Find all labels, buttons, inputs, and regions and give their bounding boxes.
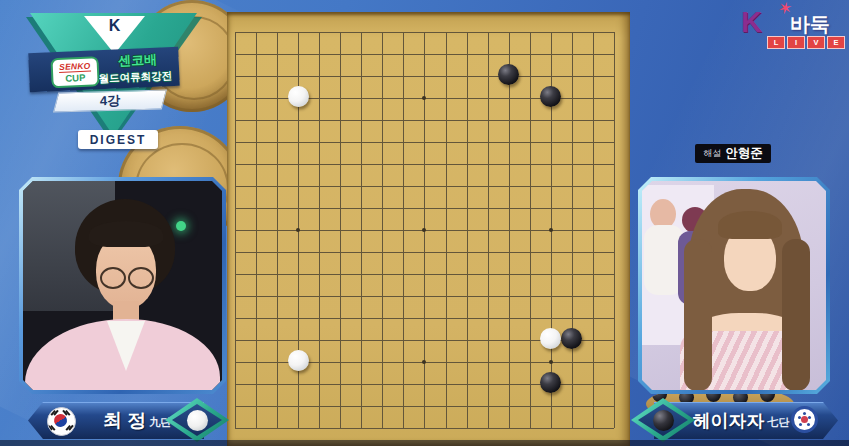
commentator-name: 안형준 [725,145,763,162]
player-hair-fringe [89,221,163,247]
grid-line [235,274,614,275]
grid-line [235,252,614,253]
chinese-taipei-emblem [791,406,818,433]
photo-right-content [642,181,826,390]
tournament-title-band: SENKO CUP 센코배 월드여류최강전 [28,47,180,93]
grid-line [530,32,531,428]
channel-name: 바둑 [790,11,830,38]
grid-line [509,32,510,428]
trigram [65,425,70,431]
player-hair-bangs [718,211,782,239]
glasses [100,267,126,289]
grid-line [572,32,573,428]
channel-k-letter: K [741,6,762,39]
live-letter: L [767,36,785,49]
channel-logo: ✶ K 바둑 L I V E [733,2,845,48]
star-point [422,228,426,232]
trigram [50,425,55,431]
plum-blossom-icon [801,416,808,423]
photo-left-content [23,181,222,390]
green-indicator-dot [176,221,186,231]
grid-line [467,32,468,428]
bottom-edge-shade [0,440,849,446]
stone-white-d4 [288,350,309,371]
hair-strand [684,239,712,390]
live-badge: L I V E [767,36,845,49]
stone-black-r5 [561,328,582,349]
star-point [422,96,426,100]
grid-line [593,32,594,428]
live-letter: V [807,36,825,49]
star-point [422,360,426,364]
stone-black-q3 [540,372,561,393]
glasses [128,267,154,289]
grid-line [235,406,614,407]
black-stone-icon [653,410,674,431]
grid-line [614,32,615,428]
badge-k-letter: K [109,17,121,34]
cup-text: CUP [65,73,85,83]
trigram [50,410,55,416]
digest-label: DIGEST [78,130,158,149]
south-korea-flag [47,407,76,436]
stone-white-d16 [288,86,309,107]
grid-line [235,428,614,429]
star-point [296,228,300,232]
player-right-rank: 七단 [768,411,790,430]
senko-text: SENKO [59,61,91,73]
player-right-name: 헤이자자 [693,409,765,433]
player-photo-right [638,177,830,394]
star-point [549,228,553,232]
round-band: 4강 [53,90,167,113]
stone-white-q5 [540,328,561,349]
tournament-title: 센코배 [98,50,177,71]
player-name-right: 헤이자자 七단 [682,402,800,439]
stone-black-o17 [498,64,519,85]
round-label: 4강 [100,92,121,110]
commentator-role: 해설 [703,147,721,160]
grid-line [488,32,489,428]
live-letter: E [827,36,845,49]
taegeuk-symbol [53,413,68,428]
player-left-name: 최 정 [103,408,146,434]
go-board [227,12,630,446]
commentator-label: 해설 안형준 [695,144,771,163]
grid-line [235,318,614,319]
star-point [549,360,553,364]
grid-line [446,32,447,428]
trigram [65,410,70,416]
hair-strand [782,239,810,390]
tournament-subtitle: 월드여류최강전 [89,69,182,87]
live-letter: I [787,36,805,49]
player-photo-left [19,177,226,394]
white-stone-icon [187,410,208,431]
tournament-badge: K SENKO CUP 센코배 월드여류최강전 4강 DIGEST [0,0,240,165]
broadcast-frame: K SENKO CUP 센코배 월드여류최강전 4강 DIGEST ✶ K 바둑… [0,0,849,446]
grid-line [235,296,614,297]
stone-black-q16 [540,86,561,107]
